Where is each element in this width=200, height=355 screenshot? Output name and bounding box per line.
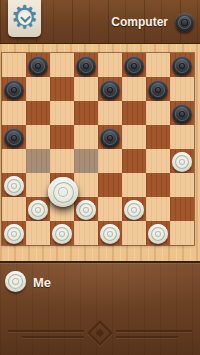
white-piece[interactable]: [172, 152, 192, 172]
board-square[interactable]: [98, 173, 122, 197]
black-piece[interactable]: [76, 56, 96, 76]
board-square[interactable]: [2, 149, 26, 173]
board-square[interactable]: [146, 197, 170, 221]
checkers-app: ⚙ Computer Me: [0, 0, 200, 355]
ornament-line: [116, 330, 192, 332]
board-square[interactable]: [98, 197, 122, 221]
gear-hub-circle: [18, 11, 31, 24]
board-square[interactable]: [98, 77, 122, 101]
board-square[interactable]: [26, 173, 50, 197]
board-square[interactable]: [146, 173, 170, 197]
highlighted-square[interactable]: [74, 149, 98, 173]
black-piece[interactable]: [100, 80, 120, 100]
settings-button[interactable]: ⚙: [8, 0, 41, 37]
ornament-line: [22, 336, 84, 338]
board-square[interactable]: [122, 77, 146, 101]
board-square[interactable]: [170, 173, 194, 197]
board-square[interactable]: [170, 149, 194, 173]
black-piece[interactable]: [4, 128, 24, 148]
board-square[interactable]: [98, 53, 122, 77]
board-square[interactable]: [170, 197, 194, 221]
board-square[interactable]: [146, 221, 170, 245]
top-bar: ⚙ Computer: [0, 0, 200, 43]
board-square[interactable]: [146, 101, 170, 125]
board-square[interactable]: [26, 197, 50, 221]
black-piece[interactable]: [100, 128, 120, 148]
board-square[interactable]: [2, 101, 26, 125]
board-square[interactable]: [26, 53, 50, 77]
board-square[interactable]: [74, 221, 98, 245]
board-square[interactable]: [2, 53, 26, 77]
board-square[interactable]: [146, 149, 170, 173]
board-square[interactable]: [170, 53, 194, 77]
board-square[interactable]: [170, 125, 194, 149]
white-piece[interactable]: [100, 224, 120, 244]
board-square[interactable]: [122, 149, 146, 173]
black-piece[interactable]: [172, 104, 192, 124]
board-frame: [0, 43, 200, 264]
board-square[interactable]: [50, 53, 74, 77]
board-square[interactable]: [146, 125, 170, 149]
board-square[interactable]: [170, 221, 194, 245]
board-square[interactable]: [122, 125, 146, 149]
chevron-down-icon: [20, 12, 31, 23]
black-piece[interactable]: [4, 80, 24, 100]
board-square[interactable]: [98, 125, 122, 149]
board-square[interactable]: [50, 101, 74, 125]
black-piece[interactable]: [148, 80, 168, 100]
board-square[interactable]: [122, 197, 146, 221]
board-square[interactable]: [50, 221, 74, 245]
board-square[interactable]: [50, 173, 74, 197]
black-piece[interactable]: [124, 56, 144, 76]
board-square[interactable]: [50, 77, 74, 101]
board-grid: [2, 53, 194, 245]
white-piece[interactable]: [4, 176, 24, 196]
board-square[interactable]: [98, 221, 122, 245]
board-square[interactable]: [26, 77, 50, 101]
black-piece[interactable]: [172, 56, 192, 76]
white-piece[interactable]: [52, 224, 72, 244]
board-square[interactable]: [98, 101, 122, 125]
board-square[interactable]: [122, 53, 146, 77]
board-square[interactable]: [122, 101, 146, 125]
board-square[interactable]: [74, 101, 98, 125]
ornament-line: [116, 336, 178, 338]
board-square[interactable]: [2, 197, 26, 221]
white-piece[interactable]: [148, 224, 168, 244]
board-square[interactable]: [122, 221, 146, 245]
opponent-name: Computer: [111, 15, 168, 29]
board-square[interactable]: [2, 125, 26, 149]
board-square[interactable]: [74, 197, 98, 221]
board-square[interactable]: [146, 53, 170, 77]
board-square[interactable]: [98, 149, 122, 173]
board-square[interactable]: [74, 77, 98, 101]
highlighted-square[interactable]: [26, 149, 50, 173]
board-square[interactable]: [26, 101, 50, 125]
board-square[interactable]: [122, 173, 146, 197]
selected-white-piece[interactable]: [48, 177, 78, 207]
white-piece[interactable]: [124, 200, 144, 220]
board-square[interactable]: [2, 173, 26, 197]
board-square[interactable]: [74, 125, 98, 149]
player-name: Me: [33, 275, 51, 290]
board-square[interactable]: [170, 77, 194, 101]
board-square[interactable]: [146, 77, 170, 101]
footer-panel: Me: [0, 263, 200, 355]
black-checker-icon: [175, 13, 194, 32]
board-square[interactable]: [26, 221, 50, 245]
board-square[interactable]: [26, 125, 50, 149]
board-square[interactable]: [170, 101, 194, 125]
board-square[interactable]: [50, 149, 74, 173]
board-square[interactable]: [74, 53, 98, 77]
white-piece[interactable]: [76, 200, 96, 220]
white-checker-icon: [5, 271, 26, 292]
board-square[interactable]: [50, 125, 74, 149]
white-piece[interactable]: [4, 224, 24, 244]
black-piece[interactable]: [28, 56, 48, 76]
ornament-line: [8, 330, 84, 332]
white-piece[interactable]: [28, 200, 48, 220]
board-square[interactable]: [2, 77, 26, 101]
board-square[interactable]: [2, 221, 26, 245]
